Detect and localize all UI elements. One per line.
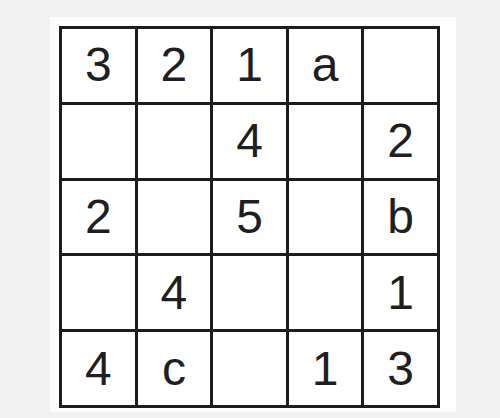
grid-cell-r1c3: 1	[213, 29, 286, 102]
grid-cell-r4c4	[289, 256, 362, 329]
grid-cell-r2c5: 2	[364, 105, 437, 178]
grid-cell-r2c3: 4	[213, 105, 286, 178]
grid-cell-r4c2: 4	[138, 256, 211, 329]
puzzle-grid: 321a4225b414c13	[59, 26, 440, 408]
grid-cell-r2c2	[138, 105, 211, 178]
grid-cell-r3c4	[289, 181, 362, 254]
grid-cell-r5c1: 4	[62, 332, 135, 405]
grid-cell-r5c2: c	[138, 332, 211, 405]
grid-cell-r1c1: 3	[62, 29, 135, 102]
grid-cell-r4c3	[213, 256, 286, 329]
grid-cell-r5c4: 1	[289, 332, 362, 405]
grid-cell-r2c1	[62, 105, 135, 178]
grid-cell-r3c3: 5	[213, 181, 286, 254]
grid-cell-r3c5: b	[364, 181, 437, 254]
grid-cell-r1c2: 2	[138, 29, 211, 102]
grid-cell-r5c3	[213, 332, 286, 405]
grid-cell-r3c2	[138, 181, 211, 254]
grid-cell-r4c1	[62, 256, 135, 329]
grid-cell-r4c5: 1	[364, 256, 437, 329]
grid-cell-r1c4: a	[289, 29, 362, 102]
grid-cell-r1c5	[364, 29, 437, 102]
grid-cell-r2c4	[289, 105, 362, 178]
grid-cell-r3c1: 2	[62, 181, 135, 254]
grid-cell-r5c5: 3	[364, 332, 437, 405]
